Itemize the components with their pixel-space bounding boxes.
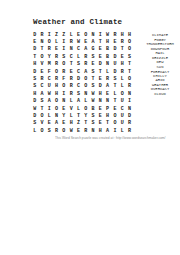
grid-cell-r6c6: E bbox=[67, 68, 74, 75]
grid-cell-r6c3: F bbox=[46, 68, 53, 75]
grid-cell-r11c11: P bbox=[104, 105, 111, 112]
grid-cell-r7c4: R bbox=[53, 75, 60, 82]
grid-cell-r3c3: R bbox=[46, 46, 53, 53]
grid-cell-r5c8: R bbox=[82, 61, 89, 68]
grid-cell-r11c14: N bbox=[126, 105, 133, 112]
grid-cell-r8c4: H bbox=[53, 83, 60, 90]
grid-cell-r13c9: S bbox=[89, 120, 96, 127]
grid-cell-r2c5: I bbox=[60, 38, 67, 45]
grid-cell-r9c9: W bbox=[89, 90, 96, 97]
grid-cell-r8c13: L bbox=[119, 83, 126, 90]
grid-cell-r13c3: E bbox=[46, 120, 53, 127]
grid-cell-r14c6: W bbox=[67, 127, 74, 134]
grid-cell-r4c2: O bbox=[38, 53, 45, 60]
grid-cell-r12c14: D bbox=[126, 112, 133, 119]
grid-cell-r9c5: I bbox=[60, 90, 67, 97]
grid-cell-r2c7: W bbox=[75, 38, 82, 45]
grid-cell-r1c3: I bbox=[46, 31, 53, 38]
grid-cell-r5c6: T bbox=[67, 61, 74, 68]
grid-cell-r1c9: N bbox=[89, 31, 96, 38]
grid-cell-r4c3: Y bbox=[46, 53, 53, 60]
grid-cell-r10c7: A bbox=[75, 98, 82, 105]
grid-cell-r3c12: D bbox=[111, 46, 118, 53]
grid-cell-r1c4: Z bbox=[53, 31, 60, 38]
grid-cell-r11c13: C bbox=[119, 105, 126, 112]
grid-cell-r5c10: D bbox=[97, 61, 104, 68]
grid-cell-r5c4: R bbox=[53, 61, 60, 68]
grid-cell-r12c10: E bbox=[97, 112, 104, 119]
grid-cell-r14c5: O bbox=[60, 127, 67, 134]
grid-cell-r8c3: U bbox=[46, 83, 53, 90]
grid-cell-r1c5: Z bbox=[60, 31, 67, 38]
grid-cell-r2c10: T bbox=[97, 38, 104, 45]
grid-cell-r13c2: V bbox=[38, 120, 45, 127]
grid-cell-r8c6: R bbox=[67, 83, 74, 90]
grid-cell-r2c14: O bbox=[126, 38, 133, 45]
grid-cell-r2c2: N bbox=[38, 38, 45, 45]
grid-cell-r12c13: U bbox=[119, 112, 126, 119]
grid-cell-r13c14: R bbox=[126, 120, 133, 127]
grid-cell-r7c9: T bbox=[89, 75, 96, 82]
grid-cell-r13c1: S bbox=[31, 120, 38, 127]
grid-cell-r11c6: V bbox=[67, 105, 74, 112]
grid-cell-r8c2: C bbox=[38, 83, 45, 90]
grid-cell-r7c14: O bbox=[126, 75, 133, 82]
grid-cell-r4c6: C bbox=[67, 53, 74, 60]
grid-cell-r12c3: L bbox=[46, 112, 53, 119]
grid-cell-r3c9: G bbox=[89, 46, 96, 53]
grid-cell-r1c7: E bbox=[75, 31, 82, 38]
grid-cell-r5c7: S bbox=[75, 61, 82, 68]
grid-cell-r2c4: L bbox=[53, 38, 60, 45]
grid-cell-r3c6: N bbox=[67, 46, 74, 53]
grid-cell-r14c1: L bbox=[31, 127, 38, 134]
grid-cell-r10c5: N bbox=[60, 98, 67, 105]
grid-cell-r9c1: H bbox=[31, 90, 38, 97]
grid-cell-r9c12: L bbox=[111, 90, 118, 97]
grid-cell-r7c11: R bbox=[104, 75, 111, 82]
grid-cell-r13c5: E bbox=[60, 120, 67, 127]
grid-cell-r2c13: R bbox=[119, 38, 126, 45]
grid-cell-r1c10: I bbox=[97, 31, 104, 38]
grid-cell-r10c2: S bbox=[38, 98, 45, 105]
grid-cell-r1c11: W bbox=[104, 31, 111, 38]
grid-cell-r8c8: O bbox=[82, 83, 89, 90]
grid-cell-r14c12: I bbox=[111, 127, 118, 134]
grid-cell-r10c1: D bbox=[31, 98, 38, 105]
grid-cell-r11c3: I bbox=[46, 105, 53, 112]
grid-cell-r6c8: A bbox=[82, 68, 89, 75]
grid-cell-r11c5: E bbox=[60, 105, 67, 112]
grid-cell-r4c10: E bbox=[97, 53, 104, 60]
grid-cell-r7c2: R bbox=[38, 75, 45, 82]
grid-cell-r12c11: H bbox=[104, 112, 111, 119]
grid-cell-r11c4: O bbox=[53, 105, 60, 112]
grid-cell-r6c2: E bbox=[38, 68, 45, 75]
grid-cell-r6c5: R bbox=[60, 68, 67, 75]
grid-cell-r11c2: T bbox=[38, 105, 45, 112]
grid-cell-r8c1: S bbox=[31, 83, 38, 90]
grid-cell-r14c2: O bbox=[38, 127, 45, 134]
grid-cell-r9c14: N bbox=[126, 90, 133, 97]
grid-cell-r14c9: N bbox=[89, 127, 96, 134]
grid-cell-r5c11: N bbox=[104, 61, 111, 68]
grid-cell-r14c13: L bbox=[119, 127, 126, 134]
grid-cell-r14c7: E bbox=[75, 127, 82, 134]
grid-cell-r5c13: H bbox=[119, 61, 126, 68]
grid-cell-r8c11: A bbox=[104, 83, 111, 90]
grid-cell-r4c13: E bbox=[119, 53, 126, 60]
grid-cell-r12c5: Y bbox=[60, 112, 67, 119]
grid-cell-r3c13: T bbox=[119, 46, 126, 53]
grid-cell-r8c14: R bbox=[126, 83, 133, 90]
grid-cell-r9c6: R bbox=[67, 90, 74, 97]
grid-cell-r14c8: R bbox=[82, 127, 89, 134]
grid-cell-r3c14: O bbox=[126, 46, 133, 53]
grid-cell-r13c13: U bbox=[119, 120, 126, 127]
grid-cell-r7c7: D bbox=[75, 75, 82, 82]
word-grid: DRIZZLEONIWRHHENOLIRWEATHERODTREINCAGEBD… bbox=[31, 31, 133, 134]
grid-cell-r3c10: E bbox=[97, 46, 104, 53]
grid-cell-r10c13: U bbox=[119, 98, 126, 105]
grid-cell-r7c1: S bbox=[31, 75, 38, 82]
grid-cell-r4c9: S bbox=[89, 53, 96, 60]
grid-cell-r10c3: A bbox=[46, 98, 53, 105]
grid-cell-r5c1: H bbox=[31, 61, 38, 68]
grid-cell-r1c2: R bbox=[38, 31, 45, 38]
grid-cell-r2c11: H bbox=[104, 38, 111, 45]
grid-cell-r12c12: O bbox=[111, 112, 118, 119]
grid-cell-r2c8: E bbox=[82, 38, 89, 45]
grid-cell-r8c12: T bbox=[111, 83, 118, 90]
grid-cell-r7c8: O bbox=[82, 75, 89, 82]
grid-cell-r3c1: D bbox=[31, 46, 38, 53]
grid-cell-r9c8: N bbox=[82, 90, 89, 97]
grid-cell-r10c8: L bbox=[82, 98, 89, 105]
grid-cell-r4c14: S bbox=[126, 53, 133, 60]
grid-cell-r9c10: H bbox=[97, 90, 104, 97]
grid-cell-r14c4: R bbox=[53, 127, 60, 134]
grid-cell-r12c9: S bbox=[89, 112, 96, 119]
grid-cell-r3c11: B bbox=[104, 46, 111, 53]
grid-cell-r7c12: S bbox=[111, 75, 118, 82]
word-list-item-14: CLOUD bbox=[154, 92, 166, 97]
grid-cell-r11c10: E bbox=[97, 105, 104, 112]
grid-cell-r12c6: L bbox=[67, 112, 74, 119]
grid-cell-r12c2: O bbox=[38, 112, 45, 119]
grid-cell-r12c8: Y bbox=[82, 112, 89, 119]
grid-cell-r11c8: O bbox=[82, 105, 89, 112]
grid-cell-r4c11: B bbox=[104, 53, 111, 60]
grid-cell-r4c8: R bbox=[82, 53, 89, 60]
grid-cell-r10c11: N bbox=[104, 98, 111, 105]
grid-cell-r8c7: C bbox=[75, 83, 82, 90]
grid-cell-r6c1: D bbox=[31, 68, 38, 75]
grid-cell-r2c12: E bbox=[111, 38, 118, 45]
grid-cell-r14c10: H bbox=[97, 127, 104, 134]
grid-cell-r9c4: H bbox=[53, 90, 60, 97]
grid-cell-r2c3: O bbox=[46, 38, 53, 45]
grid-cell-r8c9: S bbox=[89, 83, 96, 90]
grid-cell-r13c11: T bbox=[104, 120, 111, 127]
grid-cell-r6c12: D bbox=[111, 68, 118, 75]
grid-cell-r9c13: O bbox=[119, 90, 126, 97]
grid-cell-r10c12: T bbox=[111, 98, 118, 105]
grid-cell-r5c14: T bbox=[126, 61, 133, 68]
page-title: Weather and Climate bbox=[33, 18, 122, 26]
grid-cell-r6c13: R bbox=[119, 68, 126, 75]
grid-cell-r5c2: V bbox=[38, 61, 45, 68]
grid-cell-r3c4: E bbox=[53, 46, 60, 53]
grid-cell-r10c14: I bbox=[126, 98, 133, 105]
grid-cell-r8c10: D bbox=[97, 83, 104, 90]
grid-cell-r3c2: T bbox=[38, 46, 45, 53]
grid-cell-r6c10: T bbox=[97, 68, 104, 75]
grid-cell-r11c7: L bbox=[75, 105, 82, 112]
grid-cell-r7c6: R bbox=[67, 75, 74, 82]
grid-cell-r12c4: N bbox=[53, 112, 60, 119]
grid-cell-r6c11: L bbox=[104, 68, 111, 75]
grid-cell-r7c10: E bbox=[97, 75, 104, 82]
grid-cell-r9c11: E bbox=[104, 90, 111, 97]
grid-cell-r10c10: N bbox=[97, 98, 104, 105]
grid-cell-r9c7: S bbox=[75, 90, 82, 97]
grid-cell-r6c14: T bbox=[126, 68, 133, 75]
grid-cell-r5c9: E bbox=[89, 61, 96, 68]
grid-cell-r1c14: H bbox=[126, 31, 133, 38]
grid-cell-r6c4: O bbox=[53, 68, 60, 75]
grid-cell-r2c9: A bbox=[89, 38, 96, 45]
grid-cell-r6c9: S bbox=[89, 68, 96, 75]
grid-cell-r14c11: A bbox=[104, 127, 111, 134]
grid-cell-r11c9: B bbox=[89, 105, 96, 112]
grid-cell-r3c5: I bbox=[60, 46, 67, 53]
grid-cell-r13c4: A bbox=[53, 120, 60, 127]
grid-cell-r1c6: L bbox=[67, 31, 74, 38]
grid-cell-r5c5: O bbox=[60, 61, 67, 68]
grid-cell-r4c7: L bbox=[75, 53, 82, 60]
attribution-line: This Word Search puzzle was created at :… bbox=[55, 136, 145, 140]
grid-cell-r12c7: T bbox=[75, 112, 82, 119]
grid-cell-r1c1: D bbox=[31, 31, 38, 38]
grid-cell-r4c1: T bbox=[31, 53, 38, 60]
grid-cell-r3c7: C bbox=[75, 46, 82, 53]
grid-cell-r8c5: O bbox=[60, 83, 67, 90]
grid-cell-r5c12: U bbox=[111, 61, 118, 68]
grid-cell-r9c3: W bbox=[46, 90, 53, 97]
grid-cell-r2c1: E bbox=[31, 38, 38, 45]
grid-cell-r13c7: Z bbox=[75, 120, 82, 127]
grid-cell-r7c13: L bbox=[119, 75, 126, 82]
grid-cell-r4c4: R bbox=[53, 53, 60, 60]
grid-cell-r13c8: T bbox=[82, 120, 89, 127]
grid-cell-r7c5: F bbox=[60, 75, 67, 82]
grid-cell-r1c13: H bbox=[119, 31, 126, 38]
grid-cell-r10c6: L bbox=[67, 98, 74, 105]
word-list: CLIMATEFOGGYTHUNDERSTORMDOWNPOURHAILDRIZ… bbox=[141, 33, 178, 96]
grid-cell-r4c12: D bbox=[111, 53, 118, 60]
grid-cell-r9c2: A bbox=[38, 90, 45, 97]
grid-cell-r7c3: C bbox=[46, 75, 53, 82]
worksheet-page: { "game": "word-search", "page": { "titl… bbox=[0, 0, 180, 255]
grid-cell-r2c6: R bbox=[67, 38, 74, 45]
grid-cell-r1c8: O bbox=[82, 31, 89, 38]
grid-cell-r6c7: C bbox=[75, 68, 82, 75]
grid-cell-r11c1: W bbox=[31, 105, 38, 112]
grid-cell-r12c1: D bbox=[31, 112, 38, 119]
grid-cell-r13c12: O bbox=[111, 120, 118, 127]
grid-cell-r5c3: M bbox=[46, 61, 53, 68]
grid-cell-r11c12: E bbox=[111, 105, 118, 112]
grid-cell-r10c9: W bbox=[89, 98, 96, 105]
grid-cell-r1c12: R bbox=[111, 31, 118, 38]
grid-cell-r14c3: S bbox=[46, 127, 53, 134]
grid-cell-r10c4: O bbox=[53, 98, 60, 105]
grid-cell-r14c14: R bbox=[126, 127, 133, 134]
grid-cell-r13c10: E bbox=[97, 120, 104, 127]
grid-cell-r13c6: H bbox=[67, 120, 74, 127]
grid-cell-r3c8: A bbox=[82, 46, 89, 53]
grid-cell-r4c5: S bbox=[60, 53, 67, 60]
